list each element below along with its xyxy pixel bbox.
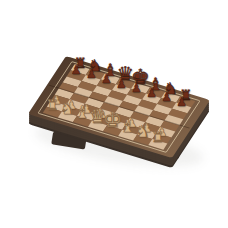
chess-set-product-photo: ♜♞♝♛♚♝♞♜♟♟♟♟♟♟♟♟♟♟♟♟♟♟♟♟♜♞♝♛♚♝♞♜ xyxy=(0,0,228,228)
